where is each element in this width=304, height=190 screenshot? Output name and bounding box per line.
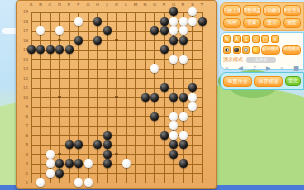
white-stone-S9 xyxy=(188,102,197,111)
white-stone-S18 xyxy=(188,17,197,26)
black-stone-J3 xyxy=(103,159,112,168)
black-stone-H18 xyxy=(93,17,102,26)
black-stone-B15 xyxy=(36,45,45,54)
demo-mode-toggle[interactable]: 未开启 xyxy=(246,57,276,63)
white-stone-R8 xyxy=(179,112,188,121)
white-stone-F18 xyxy=(74,17,83,26)
black-stone-F5 xyxy=(74,140,83,149)
black-stone-J5 xyxy=(103,140,112,149)
start-class-button[interactable]: 开始上课 xyxy=(223,5,241,16)
white-stone-R18 xyxy=(179,17,188,26)
white-stone-O13 xyxy=(150,64,159,73)
hint-button[interactable]: 提示 xyxy=(263,18,281,28)
rewind-icon[interactable]: « xyxy=(225,64,229,71)
submit-button[interactable]: 提交 xyxy=(285,76,301,86)
coord-letter-D: D xyxy=(56,2,63,7)
undo-button[interactable]: 悔棋 xyxy=(223,18,241,28)
black-white-stone-icon xyxy=(225,48,230,53)
coord-letter-H: H xyxy=(94,2,101,7)
black-stone-T18 xyxy=(198,17,207,26)
black-stone-O10 xyxy=(150,93,159,102)
black-stone-E15 xyxy=(65,45,74,54)
black-stone-icon xyxy=(234,48,239,53)
black-stone-tool-icon[interactable] xyxy=(233,46,241,54)
black-stone-P18 xyxy=(160,17,169,26)
white-stone-B1 xyxy=(36,178,45,187)
coord-letter-B: B xyxy=(37,2,44,7)
number-mark-icon[interactable]: 1 xyxy=(242,35,250,43)
go-board[interactable]: ABCDEFGHJKLMNOPQRST191817161514131211109… xyxy=(16,0,217,189)
coord-letter-K: K xyxy=(113,2,120,7)
coord-number-12: 12 xyxy=(19,76,28,81)
coord-number-2: 2 xyxy=(19,171,28,176)
save-kifu-button[interactable]: 保存棋谱 xyxy=(254,76,283,87)
black-stone-Q5 xyxy=(169,140,178,149)
coord-number-13: 13 xyxy=(19,66,28,71)
white-stone-R6 xyxy=(179,131,188,140)
black-stone-P17 xyxy=(160,26,169,35)
black-stone-E3 xyxy=(65,159,74,168)
black-stone-F16 xyxy=(74,36,83,45)
coord-number-18: 18 xyxy=(19,19,28,24)
black-stone-Q16 xyxy=(169,36,178,45)
coord-number-4: 4 xyxy=(19,152,28,157)
black-stone-F3 xyxy=(74,159,83,168)
black-stone-J4 xyxy=(103,150,112,159)
coord-number-1: 1 xyxy=(19,180,28,185)
coord-letter-C: C xyxy=(47,2,54,7)
play-icon[interactable]: ▶ xyxy=(266,64,271,71)
answer-button[interactable]: 答案 xyxy=(243,18,261,28)
letter-mark-icon[interactable]: A xyxy=(233,35,241,43)
black-stone-D2 xyxy=(55,169,64,178)
yellow-marker-icon xyxy=(253,48,258,53)
coord-number-16: 16 xyxy=(19,38,28,43)
alternate-stones-tool-icon[interactable] xyxy=(223,46,231,54)
app-window: ABCDEFGHJKLMNOPQRST191817161514131211109… xyxy=(0,0,304,190)
class-control-panel: 开始上课 调整棋盘 自动教学 课堂互动 悔棋 答案 提示 擦除 xyxy=(220,2,304,31)
black-stone-S11 xyxy=(188,83,197,92)
white-stone-S19 xyxy=(188,7,197,16)
black-stone-J17 xyxy=(103,26,112,35)
black-stone-P11 xyxy=(160,83,169,92)
demo-mode-label: 演示模式 xyxy=(223,57,243,62)
black-stone-Q4 xyxy=(169,150,178,159)
auto-teach-button[interactable]: 自动教学 xyxy=(263,5,281,16)
black-stone-C15 xyxy=(46,45,55,54)
black-stone-N10 xyxy=(141,93,150,102)
class-interact-button[interactable]: 课堂互动 xyxy=(283,5,301,16)
black-stone-R16 xyxy=(179,36,188,45)
white-stone-G1 xyxy=(84,178,93,187)
coord-letter-T: T xyxy=(199,2,206,7)
black-stone-O8 xyxy=(150,112,159,121)
white-stone-Q7 xyxy=(169,121,178,130)
black-stone-H5 xyxy=(93,140,102,149)
black-stone-Q19 xyxy=(169,7,178,16)
coord-number-5: 5 xyxy=(19,142,28,147)
coord-number-6: 6 xyxy=(19,133,28,138)
homework-panel: 布置作业 保存棋谱 提交 xyxy=(220,72,304,90)
white-stone-Q18 xyxy=(169,17,178,26)
black-stone-J6 xyxy=(103,131,112,140)
coord-number-19: 19 xyxy=(19,9,28,14)
coord-letter-A: A xyxy=(28,2,35,7)
highlight-stone-tool-icon[interactable] xyxy=(252,46,260,54)
white-stone-S10 xyxy=(188,93,197,102)
tools-panel: ✎ A 1 △ □ ✕ 标记模式 游戏模式 演示模式 未开启 « ◀ ♪ ▶ »… xyxy=(220,32,304,70)
coord-letter-J: J xyxy=(104,2,111,7)
coord-letter-E: E xyxy=(66,2,73,7)
erase-button[interactable]: 擦除 xyxy=(283,18,301,28)
black-stone-P15 xyxy=(160,45,169,54)
black-stone-D15 xyxy=(55,45,64,54)
white-stone-R14 xyxy=(179,55,188,64)
triangle-mark-icon[interactable]: △ xyxy=(252,35,260,43)
sound-icon[interactable]: ♪ xyxy=(252,64,256,71)
black-stone-D3 xyxy=(55,159,64,168)
white-stone-C3 xyxy=(46,159,55,168)
black-stone-R3 xyxy=(179,159,188,168)
white-stone-tool-icon[interactable] xyxy=(242,46,250,54)
white-stone-Q17 xyxy=(169,26,178,35)
white-stone-G3 xyxy=(84,159,93,168)
coord-letter-N: N xyxy=(142,2,149,7)
white-stone-C2 xyxy=(46,169,55,178)
coord-letter-M: M xyxy=(132,2,139,7)
coord-number-10: 10 xyxy=(19,95,28,100)
coord-letter-L: L xyxy=(123,2,130,7)
stop-icon[interactable]: ■ xyxy=(293,64,299,71)
coord-number-9: 9 xyxy=(19,104,28,109)
coord-number-11: 11 xyxy=(19,85,28,90)
coord-letter-P: P xyxy=(161,2,168,7)
coord-letter-G: G xyxy=(85,2,92,7)
white-stone-Q8 xyxy=(169,112,178,121)
coord-letter-F: F xyxy=(75,2,82,7)
step-back-icon[interactable]: ◀ xyxy=(238,64,243,71)
mark-mode-button[interactable]: 标记模式 xyxy=(261,45,280,55)
coord-number-7: 7 xyxy=(19,123,28,128)
coord-letter-O: O xyxy=(151,2,158,7)
game-mode-button[interactable]: 游戏模式 xyxy=(282,45,301,55)
black-stone-O17 xyxy=(150,26,159,35)
coord-letter-R: R xyxy=(180,2,187,7)
black-stone-R10 xyxy=(179,93,188,102)
cross-mark-icon[interactable]: ✕ xyxy=(271,35,279,43)
white-stone-D17 xyxy=(55,26,64,35)
coord-number-14: 14 xyxy=(19,57,28,62)
coord-number-17: 17 xyxy=(19,28,28,33)
square-mark-icon[interactable]: □ xyxy=(261,35,269,43)
white-stone-L3 xyxy=(122,159,131,168)
black-stone-A15 xyxy=(27,45,36,54)
white-stone-C4 xyxy=(46,150,55,159)
coord-number-3: 3 xyxy=(19,161,28,166)
step-forward-icon[interactable]: » xyxy=(280,64,284,71)
black-stone-Q10 xyxy=(169,93,178,102)
black-stone-H16 xyxy=(93,36,102,45)
pencil-icon[interactable]: ✎ xyxy=(223,35,231,43)
black-stone-E5 xyxy=(65,140,74,149)
coord-number-8: 8 xyxy=(19,114,28,119)
black-stone-P6 xyxy=(160,131,169,140)
white-stone-F1 xyxy=(74,178,83,187)
adjust-board-button[interactable]: 调整棋盘 xyxy=(243,5,261,16)
white-stone-R17 xyxy=(179,26,188,35)
black-stone-R5 xyxy=(179,140,188,149)
white-stone-Q14 xyxy=(169,55,178,64)
assign-homework-button[interactable]: 布置作业 xyxy=(223,76,252,87)
white-stone-icon xyxy=(244,48,249,53)
white-stone-Q6 xyxy=(169,131,178,140)
white-stone-B17 xyxy=(36,26,45,35)
